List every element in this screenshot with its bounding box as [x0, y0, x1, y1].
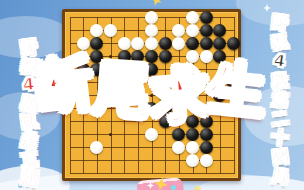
black-stone — [145, 63, 158, 76]
black-stone — [131, 50, 144, 63]
caption-char: 野 — [271, 12, 289, 33]
black-stone — [213, 37, 226, 50]
black-stone — [90, 37, 103, 50]
black-stone — [227, 37, 240, 50]
left-caption: 野狐4段以柔克刚 — [10, 39, 48, 188]
sparkle-icon — [263, 4, 271, 12]
black-stone — [200, 115, 213, 128]
cloud — [236, 0, 304, 26]
black-stone — [159, 102, 172, 115]
cloud — [0, 166, 70, 190]
black-stone — [200, 128, 213, 141]
white-stone — [186, 50, 199, 63]
black-stone — [213, 50, 226, 63]
black-stone — [145, 102, 158, 115]
caption-char: 狐 — [271, 31, 289, 52]
black-stone — [213, 102, 226, 115]
sparkle-dot — [171, 185, 176, 190]
white-stone — [90, 141, 103, 154]
caption-char: 4 — [22, 76, 35, 96]
black-stone — [213, 89, 226, 102]
black-stone — [213, 24, 226, 37]
caption-char: 段 — [19, 94, 38, 115]
white-stone — [186, 141, 199, 154]
white-stone — [172, 102, 185, 115]
black-stone — [159, 115, 172, 128]
caption-char: 柔 — [19, 131, 38, 152]
black-stone — [159, 89, 172, 102]
black-stone — [159, 37, 172, 50]
white-stone — [172, 24, 185, 37]
black-stone — [186, 128, 199, 141]
sparkle-dot — [18, 184, 22, 188]
caption-char: 4 — [273, 51, 287, 72]
black-stone — [213, 76, 226, 89]
caption-char: 四 — [271, 147, 289, 168]
sparkle-icon — [149, 0, 163, 8]
white-stone — [145, 11, 158, 24]
white-stone — [200, 50, 213, 63]
white-stone — [172, 37, 185, 50]
black-stone — [118, 50, 131, 63]
black-stone — [200, 37, 213, 50]
caption-char: 段 — [271, 70, 289, 91]
star-point — [150, 94, 153, 97]
video-thumbnail: 断尾求生 野狐4段以柔克刚 野狐4段第二十四局 — [0, 0, 304, 190]
right-caption: 野狐4段第二十四局 — [261, 13, 299, 186]
caption-char: 二 — [271, 108, 290, 129]
white-stone — [145, 128, 158, 141]
caption-char: 刚 — [20, 168, 39, 189]
caption-char: 十 — [271, 127, 289, 148]
black-stone — [227, 76, 240, 89]
white-stone — [200, 154, 213, 167]
white-stone — [186, 89, 199, 102]
black-stone — [186, 115, 199, 128]
white-stone — [145, 37, 158, 50]
white-stone — [186, 11, 199, 24]
sparkle-icon — [193, 184, 202, 190]
cloud — [244, 86, 304, 146]
white-stone — [118, 37, 131, 50]
black-stone — [172, 89, 185, 102]
black-stone — [90, 50, 103, 63]
white-stone — [90, 24, 103, 37]
white-stone — [186, 24, 199, 37]
caption-char: 克 — [20, 150, 39, 170]
star-point — [109, 133, 112, 136]
black-stone — [131, 63, 144, 76]
star-point — [109, 55, 112, 58]
black-stone — [186, 37, 199, 50]
black-stone — [90, 63, 103, 76]
white-stone — [77, 37, 90, 50]
black-stone — [159, 50, 172, 63]
go-board — [62, 9, 241, 181]
white-stone — [186, 154, 199, 167]
white-stone — [104, 24, 117, 37]
black-stone — [118, 63, 131, 76]
caption-char: 局 — [271, 166, 290, 187]
black-stone — [77, 63, 90, 76]
black-stone — [145, 50, 158, 63]
grid-line — [70, 173, 235, 174]
black-stone — [200, 11, 213, 24]
caption-char: 野 — [19, 38, 38, 59]
black-stone — [200, 24, 213, 37]
cloud — [0, 92, 60, 140]
white-stone — [172, 141, 185, 154]
caption-char: 狐 — [20, 57, 39, 78]
black-stone — [172, 128, 185, 141]
caption-char: 第 — [271, 89, 289, 110]
white-stone — [145, 24, 158, 37]
black-stone — [200, 141, 213, 154]
white-stone — [131, 37, 144, 50]
caption-char: 以 — [20, 112, 39, 133]
